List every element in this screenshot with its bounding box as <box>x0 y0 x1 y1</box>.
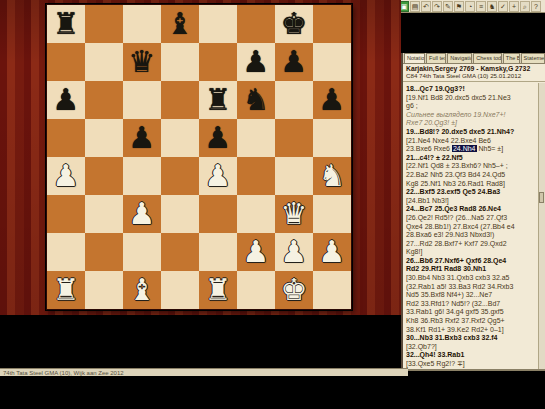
square-c8[interactable] <box>123 5 161 43</box>
notation-line: 33.Rab1 g6! 34.g4 gxf5 35.gxf5 <box>406 308 538 317</box>
black-pawn[interactable]: ♟ <box>243 43 270 81</box>
move-text[interactable]: Qxe4 28.Bb1!) 27.Bxc4 (27.Bb4 e4 <box>406 223 515 230</box>
black-queen[interactable]: ♛ <box>129 43 156 81</box>
notation-line: 23.Bxe6 Rxe6 24.Nh4 Nh5= ±] <box>406 145 538 154</box>
notation-line: Rd2 29.Rf1 Rad8 30.Nh1 <box>406 265 538 274</box>
clipboard-icon[interactable]: ▤ <box>410 1 420 12</box>
square-f4[interactable] <box>237 157 275 195</box>
notation-line: 18...Qc7 19.Qg3?! <box>406 85 538 94</box>
black-knight[interactable]: ♞ <box>243 81 270 119</box>
square-h6[interactable]: ♟ <box>313 81 351 119</box>
notation-line: [22.Nf1 Qd8 ± 23.Bxh6? Nh5–+ ; <box>406 162 538 171</box>
move-text[interactable]: 28.Bxa6 e3! 29.Nd3 Nbxd3!) <box>406 231 494 238</box>
move-text[interactable]: 26...Bb6 27.Nxf6+ Qxf6 28.Qe4 <box>406 257 506 264</box>
square-g4[interactable] <box>275 157 313 195</box>
square-g2[interactable]: ♟ <box>275 233 313 271</box>
move-text[interactable]: 33.Rab1 g6! 34.g4 gxf5 35.gxf5 <box>406 308 504 315</box>
square-a1[interactable]: ♜ <box>47 271 85 309</box>
square-f2[interactable]: ♟ <box>237 233 275 271</box>
square-f6[interactable]: ♞ <box>237 81 275 119</box>
white-pawn[interactable]: ♟ <box>205 157 232 195</box>
square-g8[interactable]: ♚ <box>275 5 313 43</box>
square-d5[interactable] <box>161 119 199 157</box>
tab-navigation[interactable]: Navigation <box>447 53 472 63</box>
square-h8[interactable] <box>313 5 351 43</box>
notation-line: 19...Bd8!? 20.dxe5 dxe5 21.Nh4? <box>406 128 538 137</box>
event-line: C84 74th Tata Steel GMA (10) 25.01.2012 <box>406 72 542 79</box>
notation-line: (32.Rab1 a5! 33.Ba3 Rd2 34.Rxb3 <box>406 283 538 292</box>
square-g7[interactable]: ♟ <box>275 43 313 81</box>
white-pawn[interactable]: ♟ <box>281 233 308 271</box>
notation-line: g6 ; <box>406 102 538 111</box>
white-rook[interactable]: ♜ <box>205 271 232 309</box>
notation-text: 18...Qc7 19.Qg3?! [19.Nf1 Bd8 20.dxc5 dx… <box>403 83 539 369</box>
notation-line: 22...Bxf5 23.exf5 Qe5 24.Ba3 <box>406 188 538 197</box>
move-text[interactable]: 23.Bxe6 Rxe6 <box>406 145 452 152</box>
notation-line: 32...Qh4! 33.Rab1 <box>406 351 538 360</box>
move-text[interactable]: Kg8!] <box>406 248 422 255</box>
black-rook[interactable]: ♜ <box>205 81 232 119</box>
white-bishop[interactable]: ♝ <box>129 271 156 309</box>
flag-icon[interactable]: ⚑ <box>454 1 464 12</box>
square-d8[interactable]: ♝ <box>161 5 199 43</box>
search-icon[interactable]: ⌕ <box>520 1 530 12</box>
tab-notation[interactable]: Notation <box>404 53 425 63</box>
notation-line: [26.Qe2! Rd5!? (26...Na5 27.Qf3 <box>406 214 538 223</box>
square-f1[interactable] <box>237 271 275 309</box>
game-header: Karjakin,Sergey 2769 - Kamsky,G 2732 C84… <box>403 64 545 82</box>
clock-icon[interactable]: ◔ <box>465 1 475 12</box>
square-g6[interactable] <box>275 81 313 119</box>
move-text[interactable]: 22.Ba2 Nh5 23.Qf3 Bd4 24.Qd5 <box>406 171 505 178</box>
notation-line: 28.Bxa6 e3! 29.Nd3 Nbxd3!) <box>406 231 538 240</box>
black-pawn[interactable]: ♟ <box>129 119 156 157</box>
move-text[interactable]: Rd2 29.Rf1 Rad8 30.Nh1 <box>406 265 486 272</box>
move-text[interactable]: [21.Ne4 Nxe4 22.Bxe4 Be6 <box>406 137 491 144</box>
square-a7[interactable] <box>47 43 85 81</box>
square-d1[interactable] <box>161 271 199 309</box>
white-pawn[interactable]: ♟ <box>53 157 80 195</box>
move-text[interactable]: Rd2 33.Rfd1? Nd5!? (32...Bd7 <box>406 300 500 307</box>
square-e7[interactable] <box>199 43 237 81</box>
white-queen[interactable]: ♛ <box>281 195 308 233</box>
redo-icon[interactable]: ↷ <box>432 1 442 12</box>
notation-line: 30...Nb3 31.Bxb3 cxb3 32.f4 <box>406 334 538 343</box>
square-e6[interactable]: ♜ <box>199 81 237 119</box>
notation-line: Kg8!] <box>406 248 538 257</box>
notation-line: Rd2 33.Rfd1? Nd5!? (32...Bd7 <box>406 300 538 309</box>
notation-line: 27...Rd2 28.Bxf7+ Kxf7 29.Qxd2 <box>406 240 538 249</box>
status-text: 74th Tata Steel GMA (10), Wijk aan Zee 2… <box>3 370 124 376</box>
square-a8[interactable]: ♜ <box>47 5 85 43</box>
move-text[interactable]: 22...Bxf5 23.exf5 Qe5 24.Ba3 <box>406 188 500 195</box>
black-pawn[interactable]: ♟ <box>281 43 308 81</box>
undo-icon[interactable]: ↶ <box>421 1 431 12</box>
notation-line: 26...Bb6 27.Nxf6+ Qxf6 28.Qe4 <box>406 257 538 266</box>
move-text[interactable]: Сильнее выглядело 19.Nxe7+! <box>406 111 505 118</box>
move-text[interactable]: Kh8 36.Rb3 Rxf2 37.Rxf2 Qg5+ <box>406 317 505 324</box>
notation-line: [21.Ne4 Nxe4 22.Bxe4 Be6 <box>406 137 538 146</box>
move-text[interactable]: g6 ; <box>406 102 418 109</box>
square-e2[interactable] <box>199 233 237 271</box>
square-d3[interactable] <box>161 195 199 233</box>
square-c7[interactable]: ♛ <box>123 43 161 81</box>
square-a5[interactable] <box>47 119 85 157</box>
move-text[interactable]: [22.Nf1 Qd8 ± 23.Bxh6? Nh5–+ ; <box>406 162 508 169</box>
square-e3[interactable] <box>199 195 237 233</box>
square-a4[interactable]: ♟ <box>47 157 85 195</box>
app-window: ChessBase Light - Karjakin,Sergey - Kams… <box>0 0 545 409</box>
square-d6[interactable] <box>161 81 199 119</box>
move-text[interactable]: Nh5= ±] <box>477 145 504 152</box>
notation-line: [30.Bb4 Nb3 31.Qxb3 cxb3 32.a5 <box>406 274 538 283</box>
square-e5[interactable]: ♟ <box>199 119 237 157</box>
tab-chess-today[interactable]: Chess today <box>473 53 501 63</box>
notation-line: Сильнее выглядело 19.Nxe7+! <box>406 111 538 120</box>
pen-icon[interactable]: ✎ <box>443 1 453 12</box>
white-pawn[interactable]: ♟ <box>319 233 346 271</box>
move-text[interactable]: 18...Qc7 19.Qg3?! <box>406 85 465 92</box>
move-text[interactable]: 24...Bc7 25.Qe3 Rad8 26.Ne4 <box>406 205 501 212</box>
square-c5[interactable]: ♟ <box>123 119 161 157</box>
move-text[interactable]: 38.Kf1 Rd1+ 39.Ke2 Rd2+ 0–1] <box>406 326 504 333</box>
square-b3[interactable] <box>85 195 123 233</box>
square-f3[interactable] <box>237 195 275 233</box>
board-pane: ♜♝♚♛♟♟♟♜♞♟♟♟♟♟♞♟♛♟♟♟♜♝♜♚ <box>0 0 401 315</box>
square-a6[interactable]: ♟ <box>47 81 85 119</box>
panel-tabs: NotationFull textNavigationChess todayTh… <box>403 53 545 64</box>
status-bar: 74th Tata Steel GMA (10), Wijk aan Zee 2… <box>0 368 408 376</box>
move-text[interactable]: 30...Nb3 31.Bxb3 cxb3 32.f4 <box>406 334 497 341</box>
help-icon[interactable]: ? <box>531 1 541 12</box>
square-c3[interactable]: ♟ <box>123 195 161 233</box>
move-text[interactable]: [26.Qe2! Rd5!? (26...Na5 27.Qf3 <box>406 214 507 221</box>
move-text[interactable]: (32.Rab1 a5! 33.Ba3 Rd2 34.Rxb3 <box>406 283 513 290</box>
notation-line: Qxe4 28.Bb1!) 27.Bxc4 (27.Bb4 e4 <box>406 223 538 232</box>
square-h7[interactable] <box>313 43 351 81</box>
square-h3[interactable] <box>313 195 351 233</box>
current-move[interactable]: 24.Nh4 <box>452 145 477 152</box>
black-pawn[interactable]: ♟ <box>53 81 80 119</box>
square-g1[interactable]: ♚ <box>275 271 313 309</box>
square-b6[interactable] <box>85 81 123 119</box>
square-h1[interactable] <box>313 271 351 309</box>
chess-board: ♜♝♚♛♟♟♟♜♞♟♟♟♟♟♞♟♛♟♟♟♜♝♜♚ <box>46 4 352 310</box>
white-pawn[interactable]: ♟ <box>129 195 156 233</box>
square-b8[interactable] <box>85 5 123 43</box>
players-line: Karjakin,Sergey 2769 - Kamsky,G 2732 <box>406 65 542 72</box>
square-b7[interactable] <box>85 43 123 81</box>
tab-statement[interactable]: Statement <box>521 53 545 63</box>
notation-line: 22.Ba2 Nh5 23.Qf3 Bd4 24.Qd5 <box>406 171 538 180</box>
notation-line: 24...Bc7 25.Qe3 Rad8 26.Ne4 <box>406 205 538 214</box>
square-f5[interactable] <box>237 119 275 157</box>
move-text[interactable]: Kg8 25.Nf1 Nb3 26.Rad1 Rad8] <box>406 180 505 187</box>
notation-line: [24.Bb1 Nb3!] <box>406 197 538 206</box>
notation-line: [32.Qb7?] <box>406 343 538 352</box>
black-pawn[interactable]: ♟ <box>319 81 346 119</box>
square-h2[interactable]: ♟ <box>313 233 351 271</box>
square-b4[interactable] <box>85 157 123 195</box>
knight-icon[interactable]: ♞ <box>487 1 497 12</box>
plus-icon[interactable]: + <box>509 1 519 12</box>
square-d4[interactable] <box>161 157 199 195</box>
square-a3[interactable] <box>47 195 85 233</box>
white-knight[interactable]: ♞ <box>319 157 346 195</box>
white-king[interactable]: ♚ <box>281 271 308 309</box>
move-text[interactable]: [32.Qb7?] <box>406 343 437 350</box>
check-icon[interactable]: ✓ <box>498 1 508 12</box>
notation-scrollbar[interactable] <box>538 83 545 369</box>
square-f7[interactable]: ♟ <box>237 43 275 81</box>
move-text[interactable]: 21...c4!? ± 22.Nf5 <box>406 154 463 161</box>
notation-line: Rxe7 20.Qg3! ±] <box>406 119 538 128</box>
move-text[interactable]: [30.Bb4 Nb3 31.Qxb3 cxb3 32.a5 <box>406 274 510 281</box>
black-king[interactable]: ♚ <box>281 5 308 43</box>
notation-line: Nd5 35.Bxf8 Nf4+) 32...Ne7 <box>406 291 538 300</box>
square-b2[interactable] <box>85 233 123 271</box>
move-text[interactable]: [33.Qxe5 Rg2!? ∓] <box>406 360 465 367</box>
square-h5[interactable] <box>313 119 351 157</box>
move-text[interactable]: Rxe7 20.Qg3! ±] <box>406 119 457 126</box>
notation-line: [33.Qxe5 Rg2!? ∓] <box>406 360 538 369</box>
square-g5[interactable] <box>275 119 313 157</box>
move-text[interactable]: [24.Bb1 Nb3!] <box>406 197 449 204</box>
square-e4[interactable]: ♟ <box>199 157 237 195</box>
square-e8[interactable] <box>199 5 237 43</box>
notation-line: Kg8 25.Nf1 Nb3 26.Rad1 Rad8] <box>406 180 538 189</box>
square-c6[interactable] <box>123 81 161 119</box>
square-d7[interactable] <box>161 43 199 81</box>
square-c2[interactable] <box>123 233 161 271</box>
list-icon[interactable]: ≡ <box>476 1 486 12</box>
square-e1[interactable]: ♜ <box>199 271 237 309</box>
square-g3[interactable]: ♛ <box>275 195 313 233</box>
move-text[interactable]: [19.Nf1 Bd8 20.dxc5 dxc5 21.Ne3 <box>406 94 511 101</box>
move-text[interactable]: Nd5 35.Bxf8 Nf4+) 32...Ne7 <box>406 291 492 298</box>
move-text[interactable]: 32...Qh4! 33.Rab1 <box>406 351 464 358</box>
tab-full-text[interactable]: Full text <box>426 53 446 63</box>
square-a2[interactable] <box>47 233 85 271</box>
black-rook[interactable]: ♜ <box>53 5 80 43</box>
square-c4[interactable] <box>123 157 161 195</box>
notation-line: [19.Nf1 Bd8 20.dxc5 dxc5 21.Ne3 <box>406 94 538 103</box>
notation-line: Kh8 36.Rb3 Rxf2 37.Rxf2 Qg5+ <box>406 317 538 326</box>
square-b1[interactable] <box>85 271 123 309</box>
scrollbar-thumb[interactable] <box>539 192 544 203</box>
notation-line: 38.Kf1 Rd1+ 39.Ke2 Rd2+ 0–1] <box>406 326 538 335</box>
move-text[interactable]: 27...Rd2 28.Bxf7+ Kxf7 29.Qxd2 <box>406 240 507 247</box>
square-f8[interactable] <box>237 5 275 43</box>
white-pawn[interactable]: ♟ <box>243 233 270 271</box>
white-rook[interactable]: ♜ <box>53 271 80 309</box>
square-b5[interactable] <box>85 119 123 157</box>
black-pawn[interactable]: ♟ <box>205 119 232 157</box>
square-c1[interactable]: ♝ <box>123 271 161 309</box>
notation-line: 21...c4!? ± 22.Nf5 <box>406 154 538 163</box>
notation-panel: NotationFull textNavigationChess todayTh… <box>403 53 545 371</box>
square-h4[interactable]: ♞ <box>313 157 351 195</box>
move-text[interactable]: 19...Bd8!? 20.dxe5 dxe5 21.Nh4? <box>406 128 514 135</box>
black-bishop[interactable]: ♝ <box>167 5 194 43</box>
square-d2[interactable] <box>161 233 199 271</box>
tab-the-b[interactable]: The B <box>503 53 520 63</box>
